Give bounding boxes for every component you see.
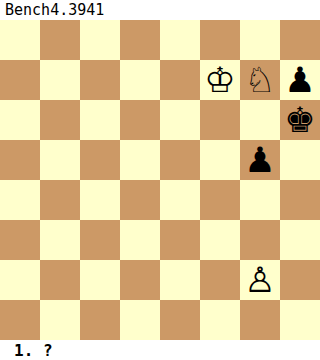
square-f1[interactable]: [200, 300, 240, 340]
square-h7[interactable]: ♟: [280, 60, 320, 100]
square-d8[interactable]: [120, 20, 160, 60]
square-b7[interactable]: [40, 60, 80, 100]
piece-white-king: ♔: [200, 60, 240, 100]
square-h3[interactable]: [280, 220, 320, 260]
piece-white-knight: ♘: [240, 60, 280, 100]
square-a5[interactable]: [0, 140, 40, 180]
square-c3[interactable]: [80, 220, 120, 260]
square-a1[interactable]: [0, 300, 40, 340]
square-c1[interactable]: [80, 300, 120, 340]
square-d2[interactable]: [120, 260, 160, 300]
square-e3[interactable]: [160, 220, 200, 260]
square-f2[interactable]: [200, 260, 240, 300]
square-b6[interactable]: [40, 100, 80, 140]
square-a4[interactable]: [0, 180, 40, 220]
square-e7[interactable]: [160, 60, 200, 100]
piece-white-pawn: ♙: [240, 260, 280, 300]
square-e6[interactable]: [160, 100, 200, 140]
square-h1[interactable]: [280, 300, 320, 340]
square-a6[interactable]: [0, 100, 40, 140]
square-e4[interactable]: [160, 180, 200, 220]
square-h8[interactable]: [280, 20, 320, 60]
square-d7[interactable]: [120, 60, 160, 100]
square-b8[interactable]: [40, 20, 80, 60]
square-b3[interactable]: [40, 220, 80, 260]
square-g4[interactable]: [240, 180, 280, 220]
square-c6[interactable]: [80, 100, 120, 140]
square-b1[interactable]: [40, 300, 80, 340]
square-e8[interactable]: [160, 20, 200, 60]
square-h5[interactable]: [280, 140, 320, 180]
square-f4[interactable]: [200, 180, 240, 220]
piece-black-king: ♚: [280, 100, 320, 140]
square-c5[interactable]: [80, 140, 120, 180]
square-c4[interactable]: [80, 180, 120, 220]
chess-app-window: Bench4.3941 ♔♘♟♚♟♙ 1. ?: [0, 0, 320, 360]
square-c8[interactable]: [80, 20, 120, 60]
square-g8[interactable]: [240, 20, 280, 60]
square-e2[interactable]: [160, 260, 200, 300]
square-f3[interactable]: [200, 220, 240, 260]
chess-board: ♔♘♟♚♟♙: [0, 20, 320, 340]
square-a2[interactable]: [0, 260, 40, 300]
square-e1[interactable]: [160, 300, 200, 340]
square-d5[interactable]: [120, 140, 160, 180]
move-prompt: 1. ?: [0, 340, 320, 360]
square-a7[interactable]: [0, 60, 40, 100]
square-h2[interactable]: [280, 260, 320, 300]
square-g1[interactable]: [240, 300, 280, 340]
square-a3[interactable]: [0, 220, 40, 260]
square-g5[interactable]: ♟: [240, 140, 280, 180]
square-c7[interactable]: [80, 60, 120, 100]
piece-black-pawn: ♟: [240, 140, 280, 180]
square-g7[interactable]: ♘: [240, 60, 280, 100]
square-f6[interactable]: [200, 100, 240, 140]
square-b2[interactable]: [40, 260, 80, 300]
square-f5[interactable]: [200, 140, 240, 180]
piece-black-pawn: ♟: [280, 60, 320, 100]
square-d3[interactable]: [120, 220, 160, 260]
square-d6[interactable]: [120, 100, 160, 140]
square-g6[interactable]: [240, 100, 280, 140]
square-f7[interactable]: ♔: [200, 60, 240, 100]
square-a8[interactable]: [0, 20, 40, 60]
square-f8[interactable]: [200, 20, 240, 60]
square-d4[interactable]: [120, 180, 160, 220]
square-c2[interactable]: [80, 260, 120, 300]
page-title: Bench4.3941: [0, 0, 320, 20]
square-b4[interactable]: [40, 180, 80, 220]
square-g2[interactable]: ♙: [240, 260, 280, 300]
square-e5[interactable]: [160, 140, 200, 180]
square-h6[interactable]: ♚: [280, 100, 320, 140]
square-g3[interactable]: [240, 220, 280, 260]
square-b5[interactable]: [40, 140, 80, 180]
square-h4[interactable]: [280, 180, 320, 220]
square-d1[interactable]: [120, 300, 160, 340]
